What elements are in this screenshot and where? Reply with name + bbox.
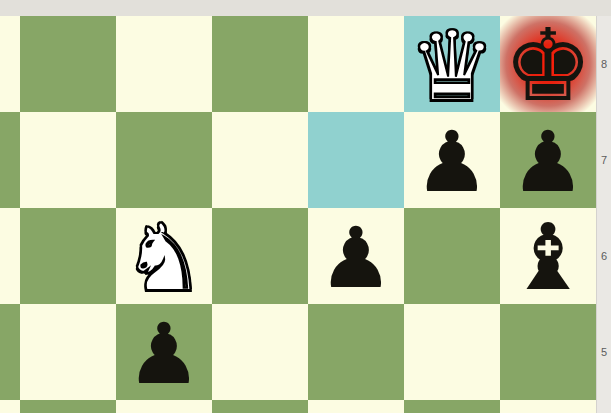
square-b4[interactable] <box>0 400 20 413</box>
square-e5[interactable] <box>212 304 308 400</box>
square-h7[interactable]: ♟ <box>500 112 596 208</box>
chess-app-screen: ♛♚♟♟♞♟♝♟ 8 7 6 5 <box>0 0 611 413</box>
square-h8[interactable]: ♚ <box>500 16 596 112</box>
square-d7[interactable] <box>116 112 212 208</box>
square-c4[interactable] <box>20 400 116 413</box>
square-b6[interactable] <box>0 208 20 304</box>
black-pawn[interactable]: ♟ <box>414 120 489 204</box>
square-c5[interactable] <box>20 304 116 400</box>
black-pawn[interactable]: ♟ <box>510 120 585 204</box>
square-e4[interactable] <box>212 400 308 413</box>
square-d6[interactable]: ♞ <box>116 208 212 304</box>
square-b8[interactable] <box>0 16 20 112</box>
black-king[interactable]: ♚ <box>503 16 593 116</box>
square-f6[interactable]: ♟ <box>308 208 404 304</box>
square-c6[interactable] <box>20 208 116 304</box>
square-f5[interactable] <box>308 304 404 400</box>
square-f7[interactable] <box>308 112 404 208</box>
chess-board[interactable]: ♛♚♟♟♞♟♝♟ <box>0 16 596 413</box>
black-pawn[interactable]: ♟ <box>126 312 201 396</box>
square-c8[interactable] <box>20 16 116 112</box>
square-g6[interactable] <box>404 208 500 304</box>
square-d4[interactable] <box>116 400 212 413</box>
rank-coordinates-strip: 8 7 6 5 <box>596 16 611 413</box>
square-e7[interactable] <box>212 112 308 208</box>
square-g8[interactable]: ♛ <box>404 16 500 112</box>
square-f8[interactable] <box>308 16 404 112</box>
square-h4[interactable] <box>500 400 596 413</box>
rank-label-7: 7 <box>597 112 611 208</box>
rank-label-6: 6 <box>597 208 611 304</box>
square-b7[interactable] <box>0 112 20 208</box>
square-e8[interactable] <box>212 16 308 112</box>
square-g7[interactable]: ♟ <box>404 112 500 208</box>
square-c7[interactable] <box>20 112 116 208</box>
square-h5[interactable] <box>500 304 596 400</box>
square-g5[interactable] <box>404 304 500 400</box>
square-g4[interactable] <box>404 400 500 413</box>
square-h6[interactable]: ♝ <box>500 208 596 304</box>
white-queen[interactable]: ♛ <box>409 18 496 115</box>
rank-label-8: 8 <box>597 16 611 112</box>
square-f4[interactable] <box>308 400 404 413</box>
square-b5[interactable] <box>0 304 20 400</box>
square-d8[interactable] <box>116 16 212 112</box>
black-bishop[interactable]: ♝ <box>507 212 589 304</box>
square-d5[interactable]: ♟ <box>116 304 212 400</box>
square-e6[interactable] <box>212 208 308 304</box>
white-knight[interactable]: ♞ <box>122 212 205 305</box>
black-pawn[interactable]: ♟ <box>318 216 393 300</box>
rank-label-5: 5 <box>597 304 611 400</box>
